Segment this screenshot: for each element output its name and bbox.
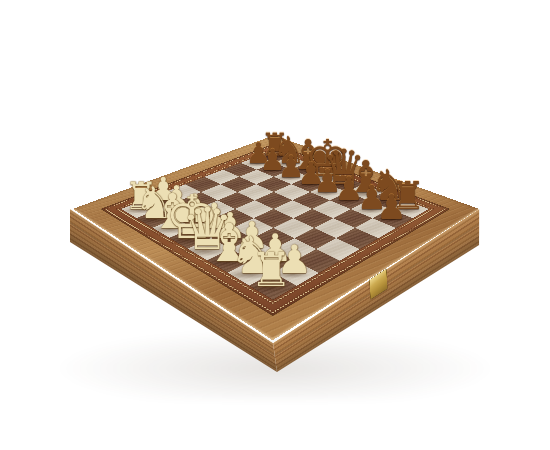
chess-box-scene: ♜♞♝♛♚♝♞♜♟♟♟♟♟♟♟♟♟♟♟♟♟♟♟♟♜♞♝♛♚♝♞♜ <box>0 0 550 450</box>
piece-shadow <box>376 217 405 223</box>
piece-shadow <box>250 284 290 292</box>
piece-white-rook[interactable]: ♜ <box>250 247 292 294</box>
piece-dark-pawn[interactable]: ♟ <box>376 190 407 224</box>
pieces-overlay: ♜♞♝♛♚♝♞♜♟♟♟♟♟♟♟♟♟♟♟♟♟♟♟♟♜♞♝♛♚♝♞♜ <box>0 0 550 450</box>
